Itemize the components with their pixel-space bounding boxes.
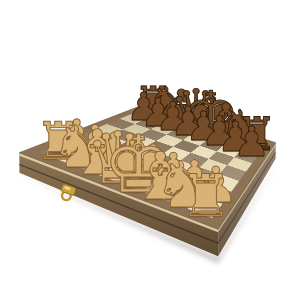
product-photo: ♜♟♞♟♝♛♟♚♟♝♟♞♟♜♟♟♟♟♜♟♞♟♝♟♛♟♚♟♝♟♞♜ bbox=[0, 0, 300, 300]
